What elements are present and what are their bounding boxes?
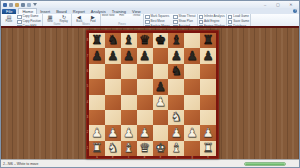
square-f4[interactable] <box>168 95 184 110</box>
chess-board[interactable]: ♜♞♝♛♚♝♜♟♟♟♟♟♟♟♞♟♟♞♟♟♟♟♟♟♟♜♞♝♛♚♝♜ <box>89 33 216 156</box>
black-pawn[interactable]: ♟ <box>121 48 137 63</box>
threat-icon: ♛ <box>1 14 299 26</box>
square-e1[interactable]: ♚ <box>153 141 169 156</box>
square-c5[interactable] <box>121 79 137 94</box>
square-c6[interactable] <box>121 64 137 79</box>
square-g8[interactable] <box>184 33 200 48</box>
square-f6[interactable]: ♞ <box>168 64 184 79</box>
square-a6[interactable] <box>89 64 105 79</box>
black-rook[interactable]: ♜ <box>89 33 105 48</box>
square-h5[interactable] <box>200 79 216 94</box>
rank-label-5: 5 <box>86 79 89 94</box>
black-rook[interactable]: ♜ <box>200 33 216 48</box>
rank-label-6: 6 <box>86 64 89 79</box>
square-d1[interactable]: ♛ <box>137 141 153 156</box>
black-pawn[interactable]: ♟ <box>105 48 121 63</box>
square-e5[interactable]: ♟ <box>153 79 169 94</box>
file-label-h: h <box>200 156 216 159</box>
black-bishop[interactable]: ♝ <box>121 33 137 48</box>
chess-app-window: – ▢ ✕ File HomeInsertBoardReportAnalysis… <box>0 0 300 168</box>
file-label-a: a <box>89 156 105 159</box>
black-king[interactable]: ♚ <box>153 33 169 48</box>
button-label: Threat <box>132 14 140 17</box>
square-b8[interactable]: ♞ <box>105 33 121 48</box>
group-label: Pieces <box>105 23 139 26</box>
square-c2[interactable]: ♟ <box>121 125 137 140</box>
white-pawn[interactable]: ♟ <box>184 125 200 140</box>
square-b1[interactable]: ♞ <box>105 141 121 156</box>
square-e6[interactable] <box>153 64 169 79</box>
file-label-f: f <box>168 156 184 159</box>
square-c1[interactable]: ♝ <box>121 141 137 156</box>
square-g4[interactable] <box>184 95 200 110</box>
square-f7[interactable]: ♟ <box>168 48 184 63</box>
white-knight[interactable]: ♞ <box>168 110 184 125</box>
square-a4[interactable] <box>89 95 105 110</box>
black-pawn[interactable]: ♟ <box>200 48 216 63</box>
rank-label-8: 8 <box>86 33 89 48</box>
ribbon-group-pieces: ♞Move Now♝Hint♛ThreatPieces <box>101 14 144 26</box>
rank-label-2: 2 <box>86 125 89 140</box>
square-h8[interactable]: ♜ <box>200 33 216 48</box>
square-h6[interactable] <box>200 64 216 79</box>
file-label-c: c <box>121 156 137 159</box>
square-h1[interactable]: ♜ <box>200 141 216 156</box>
square-b3[interactable] <box>105 110 121 125</box>
black-bishop[interactable]: ♝ <box>168 33 184 48</box>
white-knight[interactable]: ♞ <box>105 141 121 156</box>
file-label-e: e <box>153 156 169 159</box>
file-label-d: d <box>137 156 153 159</box>
white-bishop[interactable]: ♝ <box>168 141 184 156</box>
square-g2[interactable]: ♟ <box>184 125 200 140</box>
engine-progress-fill <box>245 163 285 165</box>
square-d3[interactable] <box>137 110 153 125</box>
square-b2[interactable]: ♟ <box>105 125 121 140</box>
engine-progress-bar <box>244 162 286 166</box>
file-labels: abcdefgh <box>89 156 216 159</box>
black-pawn[interactable]: ♟ <box>137 48 153 63</box>
square-e2[interactable] <box>153 125 169 140</box>
square-a8[interactable]: ♜ <box>89 33 105 48</box>
board-background-wood: 87654321 abcdefgh ♜♞♝♛♚♝♜♟♟♟♟♟♟♟♞♟♟♞♟♟♟♟… <box>1 28 299 159</box>
square-b4[interactable] <box>105 95 121 110</box>
square-a1[interactable]: ♜ <box>89 141 105 156</box>
status-text: 2...Nf6 – White to move <box>1 162 38 166</box>
square-h4[interactable] <box>200 95 216 110</box>
square-a2[interactable]: ♟ <box>89 125 105 140</box>
black-pawn[interactable]: ♟ <box>89 48 105 63</box>
black-pawn[interactable]: ♟ <box>184 48 200 63</box>
square-g6[interactable] <box>184 64 200 79</box>
ribbon: ▤PasteCopy GameCopy PositionCopy FENClip… <box>1 14 299 26</box>
square-f2[interactable]: ♟ <box>168 125 184 140</box>
rank-label-1: 1 <box>86 141 89 156</box>
white-pawn[interactable]: ♟ <box>121 125 137 140</box>
square-a7[interactable]: ♟ <box>89 48 105 63</box>
white-king[interactable]: ♚ <box>153 141 169 156</box>
square-a5[interactable] <box>89 79 105 94</box>
white-rook[interactable]: ♜ <box>89 141 105 156</box>
square-d8[interactable]: ♛ <box>137 33 153 48</box>
square-e7[interactable] <box>153 48 169 63</box>
white-pawn[interactable]: ♟ <box>200 125 216 140</box>
black-pawn[interactable]: ♟ <box>153 79 169 94</box>
square-h3[interactable] <box>200 110 216 125</box>
file-label-g: g <box>184 156 200 159</box>
square-h7[interactable]: ♟ <box>200 48 216 63</box>
square-b7[interactable]: ♟ <box>105 48 121 63</box>
rank-label-3: 3 <box>86 110 89 125</box>
white-queen[interactable]: ♛ <box>137 141 153 156</box>
square-c3[interactable] <box>121 110 137 125</box>
square-c4[interactable] <box>121 95 137 110</box>
black-knight[interactable]: ♞ <box>105 33 121 48</box>
square-d5[interactable] <box>137 79 153 94</box>
square-b5[interactable] <box>105 79 121 94</box>
chess-board-frame: 87654321 abcdefgh ♜♞♝♛♚♝♜♟♟♟♟♟♟♟♞♟♟♞♟♟♟♟… <box>86 30 219 159</box>
white-pawn[interactable]: ♟ <box>153 95 169 110</box>
file-label-b: b <box>105 156 121 159</box>
white-pawn[interactable]: ♟ <box>89 125 105 140</box>
white-pawn[interactable]: ♟ <box>105 125 121 140</box>
square-g5[interactable] <box>184 79 200 94</box>
threat-button[interactable]: ♛Threat <box>130 14 142 17</box>
black-knight[interactable]: ♞ <box>168 64 184 79</box>
white-pawn[interactable]: ♟ <box>137 125 153 140</box>
square-a3[interactable] <box>89 110 105 125</box>
square-f3[interactable]: ♞ <box>168 110 184 125</box>
square-d2[interactable]: ♟ <box>137 125 153 140</box>
white-rook[interactable]: ♜ <box>200 141 216 156</box>
white-bishop[interactable]: ♝ <box>121 141 137 156</box>
square-d7[interactable]: ♟ <box>137 48 153 63</box>
square-g3[interactable] <box>184 110 200 125</box>
black-queen[interactable]: ♛ <box>137 33 153 48</box>
white-pawn[interactable]: ♟ <box>168 125 184 140</box>
square-g1[interactable] <box>184 141 200 156</box>
rank-labels: 87654321 <box>86 33 89 156</box>
square-f8[interactable]: ♝ <box>168 33 184 48</box>
rank-label-7: 7 <box>86 48 89 63</box>
black-pawn[interactable]: ♟ <box>168 48 184 63</box>
square-e8[interactable]: ♚ <box>153 33 169 48</box>
square-e3[interactable] <box>153 110 169 125</box>
square-d6[interactable] <box>137 64 153 79</box>
square-c8[interactable]: ♝ <box>121 33 137 48</box>
square-c7[interactable]: ♟ <box>121 48 137 63</box>
square-d4[interactable] <box>137 95 153 110</box>
status-bar: 2...Nf6 – White to move <box>1 159 299 167</box>
square-g7[interactable]: ♟ <box>184 48 200 63</box>
square-e4[interactable]: ♟ <box>153 95 169 110</box>
square-f1[interactable]: ♝ <box>168 141 184 156</box>
rank-label-4: 4 <box>86 95 89 110</box>
square-h2[interactable]: ♟ <box>200 125 216 140</box>
square-b6[interactable] <box>105 64 121 79</box>
square-f5[interactable] <box>168 79 184 94</box>
